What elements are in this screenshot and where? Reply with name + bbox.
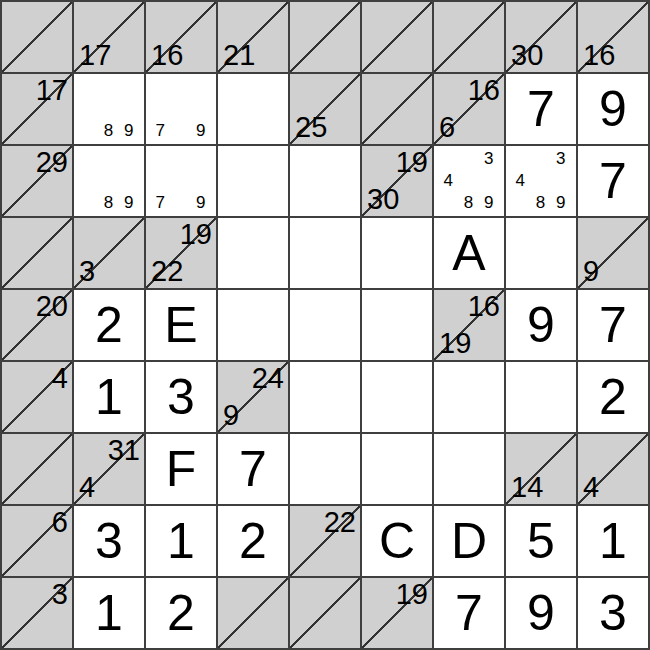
entry-cell-r1c8[interactable]: 9 bbox=[578, 74, 648, 144]
entry-cell-r8c1[interactable]: 1 bbox=[74, 578, 144, 648]
across-clue-label: 16 bbox=[468, 290, 500, 323]
candidate-grid: 3489 bbox=[434, 146, 504, 216]
entry-cell-r5c8[interactable]: 2 bbox=[578, 362, 648, 432]
down-clue-label: 17 bbox=[79, 41, 111, 70]
cell-value: 7 bbox=[578, 290, 648, 360]
cell-value: 9 bbox=[578, 74, 648, 144]
candidate-digit: 9 bbox=[191, 119, 211, 141]
down-clue-label: 9 bbox=[583, 257, 599, 286]
across-clue-label: 19 bbox=[396, 578, 428, 611]
cell-value: 7 bbox=[434, 578, 504, 648]
candidate-digit: 3 bbox=[551, 148, 571, 170]
block-cell-r3c0 bbox=[2, 218, 72, 288]
clue-cell-r0c7: 30 bbox=[506, 2, 576, 72]
entry-cell-r7c8[interactable]: 1 bbox=[578, 506, 648, 576]
block-cell-r6c0 bbox=[2, 434, 72, 504]
cell-value: 9 bbox=[506, 578, 576, 648]
cell-value: 7 bbox=[218, 434, 288, 504]
cell-value: E bbox=[146, 290, 216, 360]
entry-cell-r1c7[interactable]: 7 bbox=[506, 74, 576, 144]
cell-value: 2 bbox=[74, 290, 144, 360]
clue-cell-r1c6: 166 bbox=[434, 74, 504, 144]
down-clue-label: 30 bbox=[511, 41, 543, 70]
clue-cell-r5c0: 4 bbox=[2, 362, 72, 432]
entry-cell-r5c5[interactable] bbox=[362, 362, 432, 432]
entry-cell-r8c6[interactable]: 7 bbox=[434, 578, 504, 648]
candidate-digit: 8 bbox=[530, 191, 550, 213]
candidate-digit: 9 bbox=[191, 191, 211, 213]
clue-cell-r4c0: 20 bbox=[2, 290, 72, 360]
block-cell-r0c6 bbox=[434, 2, 504, 72]
entry-cell-r7c3[interactable]: 2 bbox=[218, 506, 288, 576]
cell-value: 5 bbox=[506, 506, 576, 576]
entry-cell-r5c4[interactable] bbox=[290, 362, 360, 432]
block-cell-r1c5 bbox=[362, 74, 432, 144]
cell-value: 7 bbox=[506, 74, 576, 144]
entry-cell-r6c6[interactable] bbox=[434, 434, 504, 504]
entry-cell-r2c1[interactable]: 89 bbox=[74, 146, 144, 216]
clue-cell-r0c1: 17 bbox=[74, 2, 144, 72]
entry-cell-r3c6[interactable]: A bbox=[434, 218, 504, 288]
entry-cell-r5c6[interactable] bbox=[434, 362, 504, 432]
cell-value: 1 bbox=[578, 506, 648, 576]
entry-cell-r8c7[interactable]: 9 bbox=[506, 578, 576, 648]
block-cell-r0c5 bbox=[362, 2, 432, 72]
candidate-digit: 3 bbox=[479, 148, 499, 170]
candidate-grid: 89 bbox=[74, 146, 144, 216]
candidate-grid: 3489 bbox=[506, 146, 576, 216]
cell-value: 2 bbox=[146, 578, 216, 648]
entry-cell-r8c8[interactable]: 3 bbox=[578, 578, 648, 648]
cell-value: 1 bbox=[74, 362, 144, 432]
clue-cell-r0c8: 16 bbox=[578, 2, 648, 72]
cell-value: 1 bbox=[74, 578, 144, 648]
down-clue-label: 30 bbox=[367, 185, 399, 214]
entry-cell-r6c3[interactable]: 7 bbox=[218, 434, 288, 504]
block-cell-r8c3 bbox=[218, 578, 288, 648]
across-clue-label: 22 bbox=[324, 506, 356, 539]
clue-cell-r8c5: 19 bbox=[362, 578, 432, 648]
across-clue-label: 19 bbox=[180, 218, 212, 251]
entry-cell-r7c5[interactable]: C bbox=[362, 506, 432, 576]
entry-cell-r2c2[interactable]: 79 bbox=[146, 146, 216, 216]
candidate-digit: 9 bbox=[119, 119, 139, 141]
across-clue-label: 4 bbox=[52, 362, 68, 395]
entry-cell-r7c6[interactable]: D bbox=[434, 506, 504, 576]
clue-cell-r8c0: 3 bbox=[2, 578, 72, 648]
across-clue-label: 31 bbox=[108, 434, 140, 467]
clue-cell-r0c3: 21 bbox=[218, 2, 288, 72]
entry-cell-r5c7[interactable] bbox=[506, 362, 576, 432]
entry-cell-r4c7[interactable]: 9 bbox=[506, 290, 576, 360]
entry-cell-r7c2[interactable]: 1 bbox=[146, 506, 216, 576]
cell-value: A bbox=[434, 218, 504, 288]
down-clue-label: 6 bbox=[439, 113, 455, 142]
entry-cell-r4c2[interactable]: E bbox=[146, 290, 216, 360]
clue-cell-r2c0: 29 bbox=[2, 146, 72, 216]
entry-cell-r3c4[interactable] bbox=[290, 218, 360, 288]
down-clue-label: 25 bbox=[295, 113, 327, 142]
cell-value: F bbox=[146, 434, 216, 504]
cell-value: 9 bbox=[506, 290, 576, 360]
across-clue-label: 20 bbox=[36, 290, 68, 323]
across-clue-label: 17 bbox=[36, 74, 68, 107]
candidate-digit: 7 bbox=[150, 119, 170, 141]
down-clue-label: 19 bbox=[439, 329, 471, 358]
down-clue-label: 16 bbox=[583, 41, 615, 70]
entry-cell-r2c6[interactable]: 3489 bbox=[434, 146, 504, 216]
entry-cell-r1c2[interactable]: 79 bbox=[146, 74, 216, 144]
candidate-digit: 4 bbox=[438, 170, 458, 192]
clue-cell-r3c8: 9 bbox=[578, 218, 648, 288]
cell-value: 3 bbox=[578, 578, 648, 648]
across-clue-label: 3 bbox=[52, 578, 68, 611]
clue-cell-r1c4: 25 bbox=[290, 74, 360, 144]
entry-cell-r4c3[interactable] bbox=[218, 290, 288, 360]
candidate-digit: 7 bbox=[150, 191, 170, 213]
down-clue-label: 4 bbox=[583, 473, 599, 502]
candidate-grid: 79 bbox=[146, 74, 216, 144]
entry-cell-r6c2[interactable]: F bbox=[146, 434, 216, 504]
across-clue-label: 19 bbox=[396, 146, 428, 179]
entry-cell-r1c1[interactable]: 89 bbox=[74, 74, 144, 144]
entry-cell-r6c5[interactable] bbox=[362, 434, 432, 504]
cell-value: C bbox=[362, 506, 432, 576]
block-cell-r0c0 bbox=[2, 2, 72, 72]
across-clue-label: 6 bbox=[52, 506, 68, 539]
cell-value: D bbox=[434, 506, 504, 576]
cell-value: 3 bbox=[146, 362, 216, 432]
clue-cell-r7c4: 22 bbox=[290, 506, 360, 576]
clue-cell-r6c8: 4 bbox=[578, 434, 648, 504]
cell-value: 2 bbox=[578, 362, 648, 432]
cell-value: 1 bbox=[146, 506, 216, 576]
entry-cell-r8c2[interactable]: 2 bbox=[146, 578, 216, 648]
down-clue-label: 16 bbox=[151, 41, 183, 70]
entry-cell-r3c5[interactable] bbox=[362, 218, 432, 288]
cell-value: 7 bbox=[578, 146, 648, 216]
entry-cell-r7c7[interactable]: 5 bbox=[506, 506, 576, 576]
block-cell-r8c4 bbox=[290, 578, 360, 648]
entry-cell-r2c7[interactable]: 3489 bbox=[506, 146, 576, 216]
entry-cell-r1c3[interactable] bbox=[218, 74, 288, 144]
entry-cell-r2c3[interactable] bbox=[218, 146, 288, 216]
candidate-digit: 8 bbox=[98, 119, 118, 141]
candidate-digit: 9 bbox=[119, 191, 139, 213]
candidate-digit: 4 bbox=[510, 170, 530, 192]
clue-cell-r1c0: 17 bbox=[2, 74, 72, 144]
down-clue-label: 14 bbox=[511, 473, 543, 502]
clue-cell-r3c1: 3 bbox=[74, 218, 144, 288]
clue-cell-r3c2: 1922 bbox=[146, 218, 216, 288]
entry-cell-r2c8[interactable]: 7 bbox=[578, 146, 648, 216]
entry-cell-r7c1[interactable]: 3 bbox=[74, 506, 144, 576]
across-clue-label: 29 bbox=[36, 146, 68, 179]
entry-cell-r4c1[interactable]: 2 bbox=[74, 290, 144, 360]
clue-cell-r2c5: 1930 bbox=[362, 146, 432, 216]
candidate-digit: 8 bbox=[98, 191, 118, 213]
clue-cell-r6c7: 14 bbox=[506, 434, 576, 504]
entry-cell-r5c1[interactable]: 1 bbox=[74, 362, 144, 432]
candidate-digit: 9 bbox=[551, 191, 571, 213]
across-clue-label: 24 bbox=[252, 362, 284, 395]
entry-cell-r5c2[interactable]: 3 bbox=[146, 362, 216, 432]
candidate-grid: 79 bbox=[146, 146, 216, 216]
clue-cell-r4c6: 1619 bbox=[434, 290, 504, 360]
candidate-grid: 89 bbox=[74, 74, 144, 144]
down-clue-label: 3 bbox=[79, 257, 95, 286]
cell-value: 2 bbox=[218, 506, 288, 576]
down-clue-label: 22 bbox=[151, 257, 183, 286]
clue-cell-r0c2: 16 bbox=[146, 2, 216, 72]
entry-cell-r4c8[interactable]: 7 bbox=[578, 290, 648, 360]
clue-cell-r7c0: 6 bbox=[2, 506, 72, 576]
clue-cell-r5c3: 249 bbox=[218, 362, 288, 432]
down-clue-label: 21 bbox=[223, 41, 255, 70]
entry-cell-r3c7[interactable] bbox=[506, 218, 576, 288]
entry-cell-r6c4[interactable] bbox=[290, 434, 360, 504]
down-clue-label: 4 bbox=[79, 473, 95, 502]
entry-cell-r2c4[interactable] bbox=[290, 146, 360, 216]
block-cell-r0c4 bbox=[290, 2, 360, 72]
candidate-digit: 8 bbox=[458, 191, 478, 213]
kakuro-board: 1716213016178979251667929897919303489348… bbox=[0, 0, 650, 650]
candidate-digit: 9 bbox=[479, 191, 499, 213]
across-clue-label: 16 bbox=[468, 74, 500, 107]
entry-cell-r3c3[interactable] bbox=[218, 218, 288, 288]
entry-cell-r4c5[interactable] bbox=[362, 290, 432, 360]
down-clue-label: 9 bbox=[223, 401, 239, 430]
entry-cell-r4c4[interactable] bbox=[290, 290, 360, 360]
cell-value: 3 bbox=[74, 506, 144, 576]
clue-cell-r6c1: 314 bbox=[74, 434, 144, 504]
